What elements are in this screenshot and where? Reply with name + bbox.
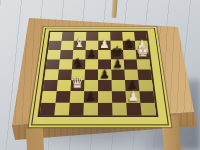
square-f2[interactable]: [112, 91, 126, 103]
square-f3[interactable]: [112, 80, 126, 91]
square-f1[interactable]: [112, 103, 127, 115]
square-b3[interactable]: [57, 80, 72, 91]
square-b6[interactable]: [60, 50, 73, 60]
square-h4[interactable]: [137, 70, 151, 81]
square-b7[interactable]: [61, 41, 74, 50]
square-c1[interactable]: [69, 103, 84, 115]
square-c5[interactable]: ♞: [72, 59, 85, 69]
square-c7[interactable]: ♝: [73, 41, 86, 50]
square-g2[interactable]: ♟: [126, 91, 141, 103]
square-c3[interactable]: ♛: [70, 80, 84, 91]
square-h6[interactable]: ♚: [136, 50, 150, 60]
piece-black-knight[interactable]: ♞: [73, 56, 85, 69]
piece-black-pawn[interactable]: ♟: [100, 68, 110, 80]
square-b1[interactable]: [54, 103, 69, 115]
chess-board: ♝♟♞♟♟♚♚♞♟♟♛♟♟♟: [40, 32, 156, 115]
square-b2[interactable]: [56, 91, 71, 103]
board-frame: ♝♟♞♟♟♚♚♞♟♟♛♟♟♟: [31, 28, 169, 126]
square-e6[interactable]: [98, 50, 111, 60]
square-e1[interactable]: [98, 103, 113, 115]
piece-white-bishop[interactable]: ♝: [73, 36, 85, 50]
square-a3[interactable]: [43, 80, 58, 91]
square-h1[interactable]: [140, 103, 156, 115]
square-h5[interactable]: [137, 59, 151, 69]
square-a2[interactable]: [41, 91, 56, 103]
square-g5[interactable]: [124, 59, 138, 69]
square-d5[interactable]: [85, 59, 98, 69]
square-h3[interactable]: [138, 80, 153, 91]
square-g7[interactable]: ♞: [123, 41, 136, 50]
square-a4[interactable]: [44, 70, 58, 81]
square-f4[interactable]: [111, 70, 125, 81]
square-h2[interactable]: [139, 91, 154, 103]
square-a6[interactable]: [47, 50, 61, 60]
piece-white-queen[interactable]: ♛: [70, 75, 84, 91]
square-c2[interactable]: [70, 91, 85, 103]
piece-black-knight[interactable]: ♞: [124, 37, 135, 50]
piece-white-pawn[interactable]: ♟: [127, 89, 139, 102]
square-e4[interactable]: ♟: [98, 70, 111, 81]
square-a7[interactable]: [48, 41, 61, 50]
piece-white-king[interactable]: ♚: [136, 44, 149, 59]
square-a1[interactable]: [40, 103, 56, 115]
piece-black-pawn[interactable]: ♟: [113, 58, 123, 70]
square-d2[interactable]: ♟: [84, 91, 98, 103]
square-a8[interactable]: [49, 32, 62, 41]
square-d6[interactable]: ♟: [85, 50, 98, 60]
square-f8[interactable]: [110, 32, 122, 41]
piece-black-pawn[interactable]: ♟: [85, 90, 96, 102]
square-d4[interactable]: [85, 70, 98, 81]
piece-white-pawn[interactable]: ♟: [99, 38, 109, 50]
square-e3[interactable]: [98, 80, 112, 91]
piece-black-pawn[interactable]: ♟: [87, 48, 97, 59]
square-e7[interactable]: ♟: [98, 41, 111, 50]
pole: [111, 0, 117, 18]
square-g6[interactable]: [123, 50, 136, 60]
square-f5[interactable]: ♟: [111, 59, 124, 69]
square-e2[interactable]: [98, 91, 112, 103]
board-inner-frame: ♝♟♞♟♟♚♚♞♟♟♛♟♟♟: [37, 31, 158, 117]
square-b5[interactable]: [59, 59, 73, 69]
square-d8[interactable]: [86, 32, 98, 41]
square-a5[interactable]: [46, 59, 60, 69]
square-d1[interactable]: [83, 103, 98, 115]
board-perspective-wrapper: ♝♟♞♟♟♚♚♞♟♟♛♟♟♟: [31, 28, 169, 126]
square-g1[interactable]: [126, 103, 141, 115]
photo-scene: ♝♟♞♟♟♚♚♞♟♟♛♟♟♟: [0, 0, 200, 150]
